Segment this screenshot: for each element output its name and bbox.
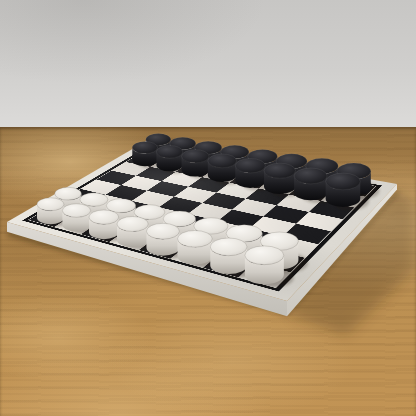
piece-top [245,246,284,265]
piece-top [156,145,182,158]
photo-scene [0,0,416,416]
piece-top [62,204,90,218]
piece-top [117,216,148,231]
piece-top [210,238,247,256]
piece-top [89,210,119,224]
piece-top [182,150,209,163]
piece-top [326,173,361,190]
piece-top [146,223,179,239]
piece-top [80,193,108,206]
wall-background [0,0,416,128]
piece-top [177,230,212,247]
piece-top [235,158,265,172]
piece-top [264,163,295,178]
piece-top [37,198,64,211]
piece-top [55,187,82,200]
piece-top [208,154,237,168]
piece-top [132,142,157,154]
piece-top [294,168,327,184]
